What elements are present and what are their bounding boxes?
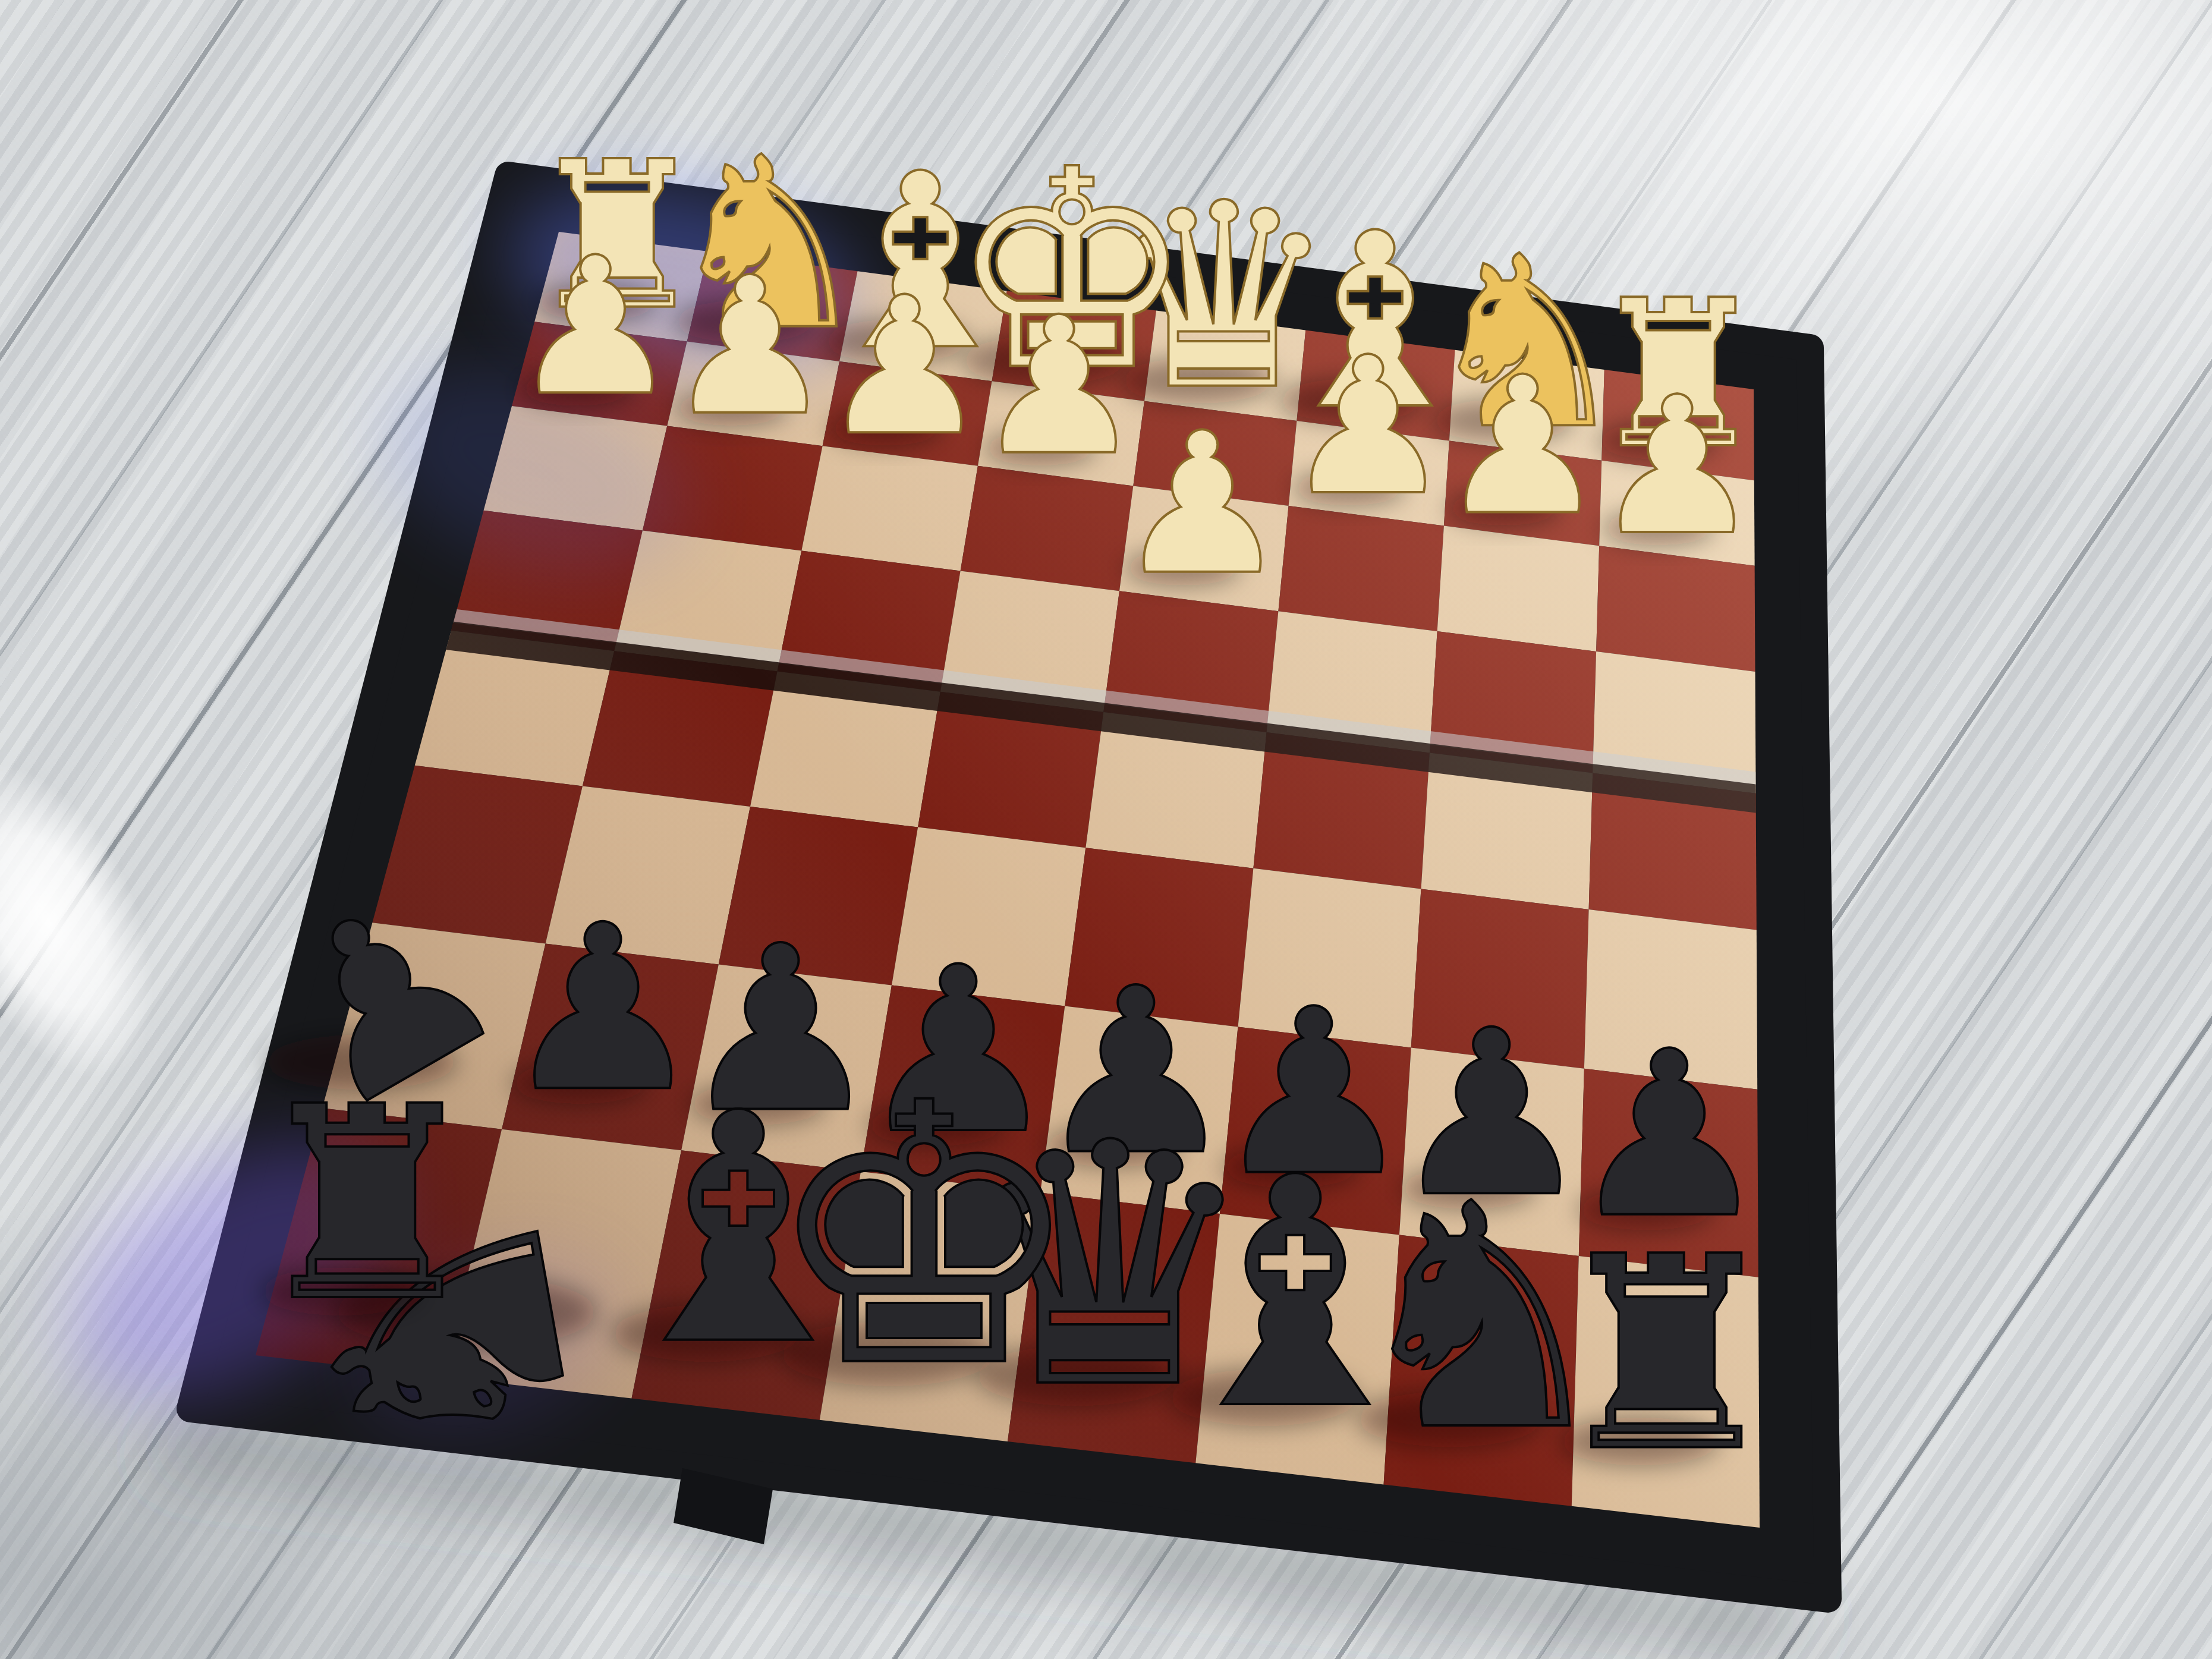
piece-white-pawn-d3[interactable]: ♟ xyxy=(1115,391,1289,618)
piece-white-pawn-c2[interactable]: ♟ xyxy=(1283,316,1453,537)
piece-white-pawn-a2[interactable]: ♟ xyxy=(1592,356,1762,577)
piece-black-bishop-f8[interactable]: ♝ xyxy=(597,1046,880,1414)
piece-white-pawn-h2[interactable]: ♟ xyxy=(511,216,681,437)
chessboard: ♜♞♝♛♚♝♞♜♟♟♟♟♟♟♟♟♟♟♟♟♟♟♟♟♜♞♝♛♚♝♞♜ xyxy=(0,0,2212,1659)
piece-white-pawn-f2[interactable]: ♟ xyxy=(820,256,990,477)
photo-scene: { "game": "chess", "scene": { "descripti… xyxy=(0,0,2212,1659)
piece-black-rook-h8[interactable]: ♜ xyxy=(248,1050,487,1360)
piece-white-pawn-b2[interactable]: ♟ xyxy=(1437,336,1607,556)
piece-white-pawn-g2[interactable]: ♟ xyxy=(665,237,835,457)
